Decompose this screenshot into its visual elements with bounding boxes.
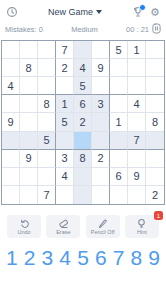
- erase-button[interactable]: Erase: [46, 215, 80, 238]
- undo-label: Undo: [17, 230, 30, 236]
- cell-r4c4[interactable]: 1: [56, 95, 74, 113]
- cell-r7c2[interactable]: 9: [20, 150, 38, 168]
- trophy-icon[interactable]: [132, 6, 144, 18]
- cell-r8c9[interactable]: [146, 168, 164, 186]
- cell-r1c9[interactable]: [146, 41, 164, 59]
- cell-r2c8[interactable]: [128, 59, 146, 77]
- cell-r1c5[interactable]: [74, 41, 92, 59]
- numpad-8[interactable]: 8: [130, 247, 142, 268]
- cell-r1c8[interactable]: 1: [128, 41, 146, 59]
- cell-r6c3[interactable]: 5: [38, 132, 56, 150]
- cell-r7c5[interactable]: 8: [74, 150, 92, 168]
- cell-r4c1[interactable]: [2, 95, 20, 113]
- cell-r8c3[interactable]: [38, 168, 56, 186]
- clock-icon[interactable]: [6, 6, 18, 18]
- cell-r3c2[interactable]: [20, 77, 38, 95]
- cell-r5c1[interactable]: 9: [2, 113, 20, 131]
- number-pad: 123456789: [0, 247, 166, 268]
- cell-r7c8[interactable]: [128, 150, 146, 168]
- hint-button[interactable]: Hint 1: [125, 215, 159, 238]
- numpad-4[interactable]: 4: [59, 247, 71, 268]
- cell-r2c4[interactable]: 2: [56, 59, 74, 77]
- cell-r9c6[interactable]: [92, 186, 110, 204]
- numpad-5[interactable]: 5: [77, 247, 89, 268]
- cell-r5c9[interactable]: 8: [146, 113, 164, 131]
- cell-r9c2[interactable]: [20, 186, 38, 204]
- cell-r4c5[interactable]: 6: [74, 95, 92, 113]
- erase-label: Erase: [56, 230, 70, 236]
- cell-r3c8[interactable]: [128, 77, 146, 95]
- numpad-9[interactable]: 9: [148, 247, 160, 268]
- cell-r6c5[interactable]: [74, 132, 92, 150]
- difficulty-label: Medium: [71, 25, 98, 34]
- cell-r6c8[interactable]: 7: [128, 132, 146, 150]
- numpad-7[interactable]: 7: [113, 247, 125, 268]
- undo-icon: [19, 218, 30, 229]
- cell-r3c3[interactable]: [38, 77, 56, 95]
- cell-r4c8[interactable]: 4: [128, 95, 146, 113]
- cell-r5c6[interactable]: [92, 113, 110, 131]
- cell-r7c3[interactable]: [38, 150, 56, 168]
- pause-button[interactable]: [152, 23, 161, 36]
- cell-r1c7[interactable]: 5: [110, 41, 128, 59]
- sudoku-app: New Game ⚙ Mistakes: 0 Medium 00 : 21: [0, 0, 166, 296]
- cell-r3c7[interactable]: [110, 77, 128, 95]
- new-game-dropdown[interactable]: New Game: [48, 7, 102, 17]
- cell-r9c9[interactable]: 2: [146, 186, 164, 204]
- cell-r9c7[interactable]: [110, 186, 128, 204]
- cell-r8c4[interactable]: 4: [56, 168, 74, 186]
- cell-r2c6[interactable]: 9: [92, 59, 110, 77]
- page-title: New Game: [48, 7, 93, 17]
- cell-r9c3[interactable]: 7: [38, 186, 56, 204]
- hint-badge: 1: [154, 211, 163, 220]
- cell-r1c4[interactable]: 7: [56, 41, 74, 59]
- cell-r1c3[interactable]: [38, 41, 56, 59]
- cell-r5c5[interactable]: 2: [74, 113, 92, 131]
- cell-r7c4[interactable]: 3: [56, 150, 74, 168]
- cell-r1c2[interactable]: [20, 41, 38, 59]
- cell-r2c3[interactable]: [38, 59, 56, 77]
- cell-r3c1[interactable]: 4: [2, 77, 20, 95]
- cell-r1c6[interactable]: [92, 41, 110, 59]
- cell-r5c4[interactable]: 5: [56, 113, 74, 131]
- hint-label: Hint: [137, 230, 147, 236]
- cell-r6c2[interactable]: [20, 132, 38, 150]
- numpad-2[interactable]: 2: [24, 247, 36, 268]
- cell-r1c1[interactable]: [2, 41, 20, 59]
- cell-r6c9[interactable]: [146, 132, 164, 150]
- cell-r9c5[interactable]: [74, 186, 92, 204]
- cell-r5c2[interactable]: [20, 113, 38, 131]
- top-bar: New Game ⚙: [0, 0, 166, 22]
- gear-icon[interactable]: ⚙: [150, 7, 160, 18]
- cell-r7c7[interactable]: [110, 150, 128, 168]
- cell-r5c7[interactable]: 1: [110, 113, 128, 131]
- notification-dot: [139, 4, 146, 11]
- cell-r8c7[interactable]: 6: [110, 168, 128, 186]
- cell-r3c6[interactable]: [92, 77, 110, 95]
- cell-r2c9[interactable]: [146, 59, 164, 77]
- status-bar: Mistakes: 0 Medium 00 : 21: [0, 22, 166, 37]
- pencil-icon: [97, 218, 108, 229]
- cell-r3c9[interactable]: [146, 77, 164, 95]
- toolbar: Undo Erase Pencil Off Hint 1: [0, 215, 166, 238]
- cell-r2c5[interactable]: 4: [74, 59, 92, 77]
- cell-r7c1[interactable]: [2, 150, 20, 168]
- cell-r2c1[interactable]: [2, 59, 20, 77]
- cell-r5c3[interactable]: [38, 113, 56, 131]
- cell-r8c1[interactable]: [2, 168, 20, 186]
- eraser-icon: [58, 218, 69, 229]
- numpad-3[interactable]: 3: [42, 247, 54, 268]
- pencil-label: Pencil Off: [91, 230, 115, 236]
- chevron-down-icon: [96, 10, 102, 14]
- cell-r4c9[interactable]: [146, 95, 164, 113]
- cell-r9c1[interactable]: [2, 186, 20, 204]
- cell-r3c4[interactable]: [56, 77, 74, 95]
- cell-r6c6[interactable]: [92, 132, 110, 150]
- cell-r6c7[interactable]: [110, 132, 128, 150]
- cell-r9c8[interactable]: [128, 186, 146, 204]
- cell-r3c5[interactable]: 5: [74, 77, 92, 95]
- cell-r8c6[interactable]: [92, 168, 110, 186]
- cell-r5c8[interactable]: [128, 113, 146, 131]
- pencil-button[interactable]: Pencil Off: [86, 215, 120, 238]
- cell-r2c7[interactable]: [110, 59, 128, 77]
- mistakes-counter: Mistakes: 0: [5, 25, 43, 34]
- cell-r6c4[interactable]: [56, 132, 74, 150]
- cell-r7c6[interactable]: 2: [92, 150, 110, 168]
- cell-r8c8[interactable]: 9: [128, 168, 146, 186]
- cell-r2c2[interactable]: 8: [20, 59, 38, 77]
- cell-r4c6[interactable]: 3: [92, 95, 110, 113]
- cell-r4c7[interactable]: [110, 95, 128, 113]
- undo-button[interactable]: Undo: [7, 215, 41, 238]
- cell-r4c2[interactable]: [20, 95, 38, 113]
- cell-r8c2[interactable]: [20, 168, 38, 186]
- numpad-1[interactable]: 1: [6, 247, 18, 268]
- cell-r9c4[interactable]: [56, 186, 74, 204]
- sudoku-board[interactable]: 751824945816349521857938246972: [1, 40, 165, 205]
- lightbulb-icon: [136, 218, 147, 229]
- cell-r4c3[interactable]: 8: [38, 95, 56, 113]
- cell-r6c1[interactable]: [2, 132, 20, 150]
- timer-value: 00 : 21: [126, 25, 149, 34]
- cell-r7c9[interactable]: [146, 150, 164, 168]
- cell-r8c5[interactable]: [74, 168, 92, 186]
- numpad-6[interactable]: 6: [95, 247, 107, 268]
